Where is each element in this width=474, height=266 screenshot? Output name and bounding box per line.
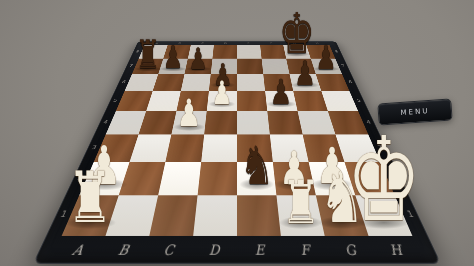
square-d1[interactable]: [193, 195, 237, 236]
square-b4[interactable]: [139, 111, 177, 134]
square-d6[interactable]: [209, 74, 237, 91]
square-d8[interactable]: [212, 45, 237, 58]
square-f7[interactable]: [262, 59, 290, 74]
file-labels-front: ABCDEFGH: [50, 240, 423, 262]
coord-label-C: C: [191, 42, 214, 45]
square-f6[interactable]: [263, 74, 293, 91]
square-d7[interactable]: [211, 59, 237, 74]
square-c6[interactable]: [181, 74, 211, 91]
menu-button-label: MENU: [400, 107, 429, 117]
square-f5[interactable]: [265, 91, 297, 111]
square-b7[interactable]: [158, 59, 188, 74]
square-f4[interactable]: [267, 111, 302, 134]
coord-label-D: D: [214, 42, 237, 45]
coord-label-B: B: [168, 42, 192, 45]
square-c1[interactable]: [149, 195, 197, 236]
square-e5[interactable]: [237, 91, 267, 111]
coord-label-F: F: [260, 42, 283, 45]
file-labels-back: ABCDEFGH: [145, 42, 330, 45]
coord-label-A: A: [50, 240, 104, 262]
coord-label-B: B: [97, 240, 148, 262]
coord-label-F: F: [281, 240, 330, 262]
square-d4[interactable]: [204, 111, 237, 134]
square-f8[interactable]: [260, 45, 286, 58]
coord-label-A: A: [145, 42, 169, 45]
square-c5[interactable]: [176, 91, 208, 111]
square-e2[interactable]: [237, 162, 276, 195]
coord-label-G: G: [326, 240, 377, 262]
app-background: { "app": { "menu_label": "MENU" }, "game…: [0, 0, 474, 266]
coord-label-E: E: [237, 240, 284, 262]
square-c3[interactable]: [165, 134, 204, 162]
coord-label-H: H: [370, 240, 424, 262]
square-b6[interactable]: [153, 74, 185, 91]
square-c2[interactable]: [158, 162, 201, 195]
coord-label-G: G: [283, 42, 307, 45]
board-3d-plane: ABCDEFGH ABCDEFGH 87654321 87654321: [33, 41, 441, 264]
square-d3[interactable]: [201, 134, 237, 162]
square-d5[interactable]: [207, 91, 237, 111]
square-e4[interactable]: [237, 111, 270, 134]
coord-label-C: C: [144, 240, 193, 262]
square-c8[interactable]: [188, 45, 214, 58]
square-e1[interactable]: [237, 195, 281, 236]
square-c7[interactable]: [185, 59, 213, 74]
square-b5[interactable]: [146, 91, 181, 111]
menu-button[interactable]: MENU: [377, 98, 452, 125]
coord-label-H: H: [305, 42, 329, 45]
chess-board: ABCDEFGH ABCDEFGH 87654321 87654321: [104, 0, 371, 250]
square-e7[interactable]: [237, 59, 263, 74]
square-d2[interactable]: [198, 162, 237, 195]
square-b8[interactable]: [163, 45, 190, 58]
square-e8[interactable]: [237, 45, 262, 58]
coord-label-E: E: [237, 42, 260, 45]
coord-label-D: D: [190, 240, 237, 262]
board-grid: [62, 45, 413, 236]
square-e6[interactable]: [237, 74, 265, 91]
square-c4[interactable]: [171, 111, 206, 134]
square-e3[interactable]: [237, 134, 273, 162]
